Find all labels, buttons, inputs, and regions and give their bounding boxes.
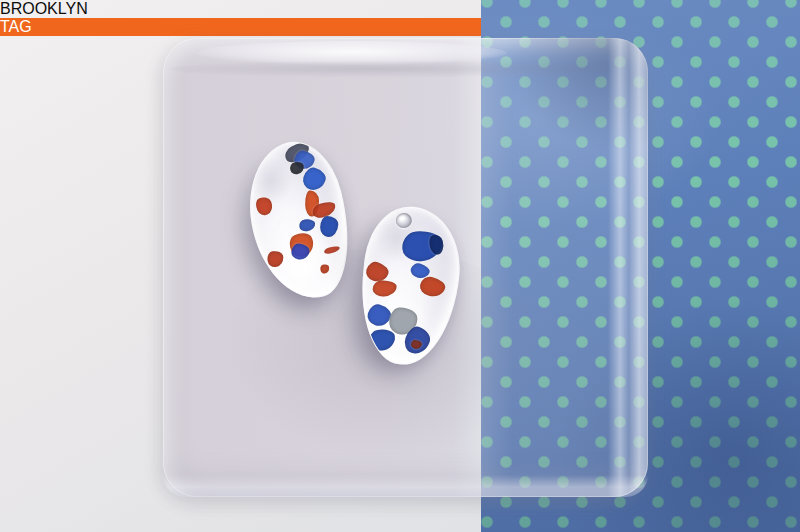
product-photo: BROOKLYN TAG (0, 0, 800, 532)
glass-block-right-edge-highlight (608, 38, 648, 497)
red-chip (418, 275, 447, 299)
red-chip (372, 280, 397, 297)
blue-chip (299, 218, 316, 232)
dark-charcoal-chip (289, 160, 305, 175)
blue-chip (320, 216, 338, 237)
blue-chip (301, 166, 328, 193)
glass-block-bottom-edge-highlight (163, 475, 648, 497)
